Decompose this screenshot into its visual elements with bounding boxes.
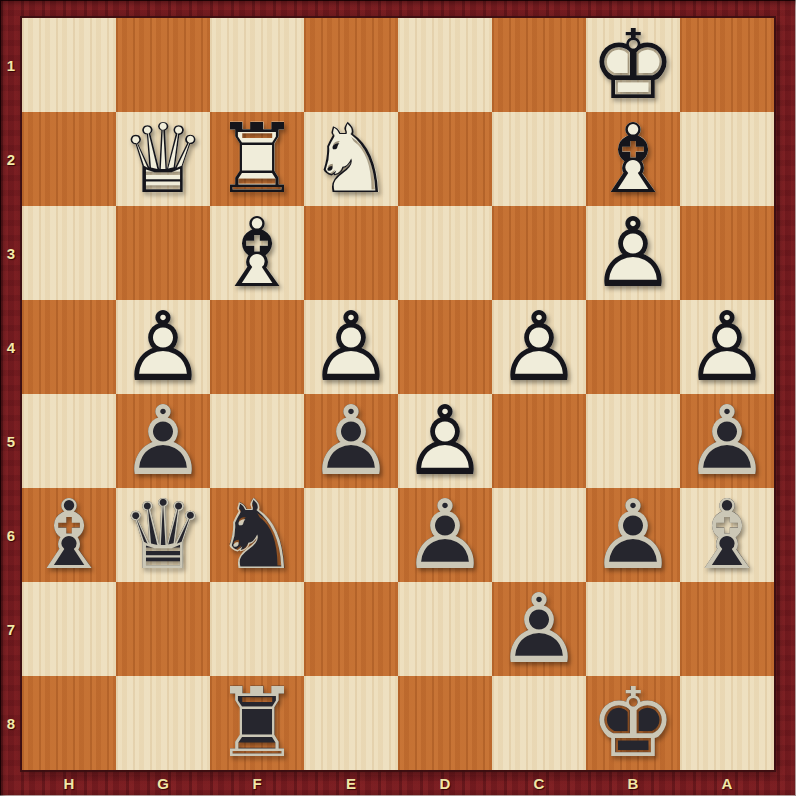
piece-outline-glyph: ♔ — [586, 675, 680, 771]
white-pawn[interactable]: ♟♙ — [586, 206, 680, 300]
white-king[interactable]: ♚♔ — [586, 18, 680, 112]
square-d8[interactable] — [398, 676, 492, 770]
file-label-b: B — [586, 770, 680, 796]
black-pawn[interactable]: ♟♙ — [492, 582, 586, 676]
black-pawn[interactable]: ♟♙ — [304, 394, 398, 488]
piece-outline-glyph: ♗ — [586, 111, 680, 207]
square-h1[interactable] — [22, 18, 116, 112]
square-f6[interactable]: ♞♘ — [210, 488, 304, 582]
white-pawn[interactable]: ♟♙ — [492, 300, 586, 394]
file-label-c: C — [492, 770, 586, 796]
piece-outline-glyph: ♙ — [398, 393, 492, 489]
square-g6[interactable]: ♛♕ — [116, 488, 210, 582]
square-h7[interactable] — [22, 582, 116, 676]
square-h3[interactable] — [22, 206, 116, 300]
piece-fill-glyph: ♟ — [492, 581, 586, 677]
square-c1[interactable] — [492, 18, 586, 112]
black-rook[interactable]: ♜♖ — [210, 676, 304, 770]
square-b7[interactable] — [586, 582, 680, 676]
square-g4[interactable]: ♟♙ — [116, 300, 210, 394]
square-a1[interactable] — [680, 18, 774, 112]
file-label-h: H — [22, 770, 116, 796]
piece-outline-glyph: ♙ — [492, 299, 586, 395]
piece-fill-glyph: ♟ — [680, 393, 774, 489]
square-d4[interactable] — [398, 300, 492, 394]
file-label-f: F — [210, 770, 304, 796]
square-f4[interactable] — [210, 300, 304, 394]
square-a5[interactable]: ♟♙ — [680, 394, 774, 488]
rank-label-3: 3 — [0, 206, 22, 300]
piece-fill-glyph: ♝ — [586, 111, 680, 207]
square-f7[interactable] — [210, 582, 304, 676]
square-h8[interactable] — [22, 676, 116, 770]
square-g7[interactable] — [116, 582, 210, 676]
file-label-d: D — [398, 770, 492, 796]
square-b6[interactable]: ♟♙ — [586, 488, 680, 582]
square-d2[interactable] — [398, 112, 492, 206]
white-pawn[interactable]: ♟♙ — [116, 300, 210, 394]
piece-fill-glyph: ♝ — [680, 487, 774, 583]
white-bishop[interactable]: ♝♗ — [586, 112, 680, 206]
piece-fill-glyph: ♟ — [116, 299, 210, 395]
square-c5[interactable] — [492, 394, 586, 488]
piece-outline-glyph: ♗ — [680, 487, 774, 583]
rank-labels: 12345678 — [0, 18, 22, 770]
black-king[interactable]: ♚♔ — [586, 676, 680, 770]
piece-fill-glyph: ♟ — [304, 393, 398, 489]
piece-fill-glyph: ♟ — [680, 299, 774, 395]
square-c3[interactable] — [492, 206, 586, 300]
chess-board-frame: 12345678 HGFEDCBA ♚♔♛♕♜♖♞♘♝♗♝♗♟♙♟♙♟♙♟♙♟♙… — [0, 0, 796, 796]
piece-outline-glyph: ♖ — [210, 675, 304, 771]
piece-outline-glyph: ♔ — [586, 17, 680, 113]
piece-outline-glyph: ♗ — [22, 487, 116, 583]
piece-fill-glyph: ♚ — [586, 17, 680, 113]
square-g3[interactable] — [116, 206, 210, 300]
square-e2[interactable]: ♞♘ — [304, 112, 398, 206]
white-pawn[interactable]: ♟♙ — [398, 394, 492, 488]
piece-fill-glyph: ♜ — [210, 675, 304, 771]
file-label-g: G — [116, 770, 210, 796]
rank-label-1: 1 — [0, 18, 22, 112]
square-c7[interactable]: ♟♙ — [492, 582, 586, 676]
square-h2[interactable] — [22, 112, 116, 206]
square-d5[interactable]: ♟♙ — [398, 394, 492, 488]
square-e7[interactable] — [304, 582, 398, 676]
piece-outline-glyph: ♕ — [116, 111, 210, 207]
piece-fill-glyph: ♛ — [116, 111, 210, 207]
piece-fill-glyph: ♝ — [210, 205, 304, 301]
black-pawn[interactable]: ♟♙ — [398, 488, 492, 582]
square-a2[interactable] — [680, 112, 774, 206]
piece-outline-glyph: ♕ — [116, 487, 210, 583]
square-f5[interactable] — [210, 394, 304, 488]
rank-label-4: 4 — [0, 300, 22, 394]
square-g8[interactable] — [116, 676, 210, 770]
black-bishop[interactable]: ♝♗ — [22, 488, 116, 582]
white-knight[interactable]: ♞♘ — [304, 112, 398, 206]
square-h4[interactable] — [22, 300, 116, 394]
square-a7[interactable] — [680, 582, 774, 676]
piece-fill-glyph: ♟ — [398, 487, 492, 583]
square-e3[interactable] — [304, 206, 398, 300]
piece-fill-glyph: ♞ — [210, 487, 304, 583]
piece-outline-glyph: ♘ — [210, 487, 304, 583]
square-d1[interactable] — [398, 18, 492, 112]
piece-outline-glyph: ♙ — [398, 487, 492, 583]
square-a8[interactable] — [680, 676, 774, 770]
rank-label-7: 7 — [0, 582, 22, 676]
piece-outline-glyph: ♗ — [210, 205, 304, 301]
chess-board: ♚♔♛♕♜♖♞♘♝♗♝♗♟♙♟♙♟♙♟♙♟♙♟♙♟♙♟♙♟♙♝♗♛♕♞♘♟♙♟♙… — [22, 18, 774, 770]
square-b4[interactable] — [586, 300, 680, 394]
square-f2[interactable]: ♜♖ — [210, 112, 304, 206]
square-a4[interactable]: ♟♙ — [680, 300, 774, 394]
white-bishop[interactable]: ♝♗ — [210, 206, 304, 300]
file-label-a: A — [680, 770, 774, 796]
square-h5[interactable] — [22, 394, 116, 488]
white-queen[interactable]: ♛♕ — [116, 112, 210, 206]
square-e8[interactable] — [304, 676, 398, 770]
piece-fill-glyph: ♟ — [586, 487, 680, 583]
file-label-e: E — [304, 770, 398, 796]
piece-fill-glyph: ♟ — [304, 299, 398, 395]
square-d7[interactable] — [398, 582, 492, 676]
black-pawn[interactable]: ♟♙ — [680, 394, 774, 488]
square-c6[interactable] — [492, 488, 586, 582]
piece-outline-glyph: ♙ — [680, 299, 774, 395]
piece-outline-glyph: ♖ — [210, 111, 304, 207]
square-c4[interactable]: ♟♙ — [492, 300, 586, 394]
piece-outline-glyph: ♙ — [116, 299, 210, 395]
square-b8[interactable]: ♚♔ — [586, 676, 680, 770]
square-e1[interactable] — [304, 18, 398, 112]
piece-fill-glyph: ♛ — [116, 487, 210, 583]
black-bishop[interactable]: ♝♗ — [680, 488, 774, 582]
square-e4[interactable]: ♟♙ — [304, 300, 398, 394]
rank-label-2: 2 — [0, 112, 22, 206]
piece-fill-glyph: ♟ — [116, 393, 210, 489]
piece-outline-glyph: ♘ — [304, 111, 398, 207]
square-d6[interactable]: ♟♙ — [398, 488, 492, 582]
square-f8[interactable]: ♜♖ — [210, 676, 304, 770]
piece-outline-glyph: ♙ — [304, 299, 398, 395]
square-b5[interactable] — [586, 394, 680, 488]
black-knight[interactable]: ♞♘ — [210, 488, 304, 582]
square-f1[interactable] — [210, 18, 304, 112]
black-queen[interactable]: ♛♕ — [116, 488, 210, 582]
square-e6[interactable] — [304, 488, 398, 582]
square-b1[interactable]: ♚♔ — [586, 18, 680, 112]
square-f3[interactable]: ♝♗ — [210, 206, 304, 300]
square-g5[interactable]: ♟♙ — [116, 394, 210, 488]
piece-fill-glyph: ♟ — [398, 393, 492, 489]
square-a3[interactable] — [680, 206, 774, 300]
square-g1[interactable] — [116, 18, 210, 112]
white-rook[interactable]: ♜♖ — [210, 112, 304, 206]
piece-outline-glyph: ♙ — [586, 205, 680, 301]
piece-outline-glyph: ♙ — [304, 393, 398, 489]
black-pawn[interactable]: ♟♙ — [116, 394, 210, 488]
square-c2[interactable] — [492, 112, 586, 206]
piece-fill-glyph: ♚ — [586, 675, 680, 771]
rank-label-5: 5 — [0, 394, 22, 488]
piece-outline-glyph: ♙ — [586, 487, 680, 583]
square-e5[interactable]: ♟♙ — [304, 394, 398, 488]
square-a6[interactable]: ♝♗ — [680, 488, 774, 582]
piece-outline-glyph: ♙ — [492, 581, 586, 677]
file-labels: HGFEDCBA — [22, 770, 774, 796]
square-b3[interactable]: ♟♙ — [586, 206, 680, 300]
white-pawn[interactable]: ♟♙ — [304, 300, 398, 394]
piece-fill-glyph: ♟ — [586, 205, 680, 301]
piece-fill-glyph: ♜ — [210, 111, 304, 207]
piece-fill-glyph: ♟ — [492, 299, 586, 395]
rank-label-8: 8 — [0, 676, 22, 770]
piece-outline-glyph: ♙ — [116, 393, 210, 489]
piece-fill-glyph: ♝ — [22, 487, 116, 583]
square-d3[interactable] — [398, 206, 492, 300]
square-g2[interactable]: ♛♕ — [116, 112, 210, 206]
rank-label-6: 6 — [0, 488, 22, 582]
piece-outline-glyph: ♙ — [680, 393, 774, 489]
square-b2[interactable]: ♝♗ — [586, 112, 680, 206]
square-h6[interactable]: ♝♗ — [22, 488, 116, 582]
square-c8[interactable] — [492, 676, 586, 770]
piece-fill-glyph: ♞ — [304, 111, 398, 207]
white-pawn[interactable]: ♟♙ — [680, 300, 774, 394]
black-pawn[interactable]: ♟♙ — [586, 488, 680, 582]
